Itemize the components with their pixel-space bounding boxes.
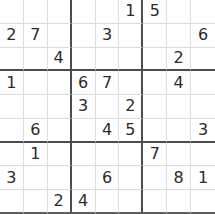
cell-r7c1[interactable] [0,143,24,167]
cell-r1c4[interactable] [72,0,96,24]
cell-r2c7[interactable] [143,24,167,48]
cell-r2c9[interactable]: 6 [191,24,215,48]
cell-r9c2[interactable] [24,190,48,214]
cell-r9c4[interactable]: 4 [72,190,96,214]
sudoku-board: 15273642167432645317368124 [0,0,215,214]
cell-r5c7[interactable] [143,95,167,119]
cell-r7c8[interactable] [167,143,191,167]
cell-r5c3[interactable] [48,95,72,119]
cell-r6c6[interactable]: 5 [119,119,143,143]
cell-r1c1[interactable] [0,0,24,24]
cell-r3c8[interactable]: 2 [167,48,191,72]
cell-r8c3[interactable] [48,166,72,190]
cell-r4c6[interactable] [119,71,143,95]
cell-r8c9[interactable]: 1 [191,166,215,190]
cell-r1c2[interactable] [24,0,48,24]
cell-r7c6[interactable] [119,143,143,167]
cell-r6c5[interactable]: 4 [96,119,120,143]
cell-r6c4[interactable] [72,119,96,143]
cell-r3c9[interactable] [191,48,215,72]
cell-r9c7[interactable] [143,190,167,214]
cell-r6c7[interactable] [143,119,167,143]
cell-r4c1[interactable]: 1 [0,71,24,95]
cell-r3c3[interactable]: 4 [48,48,72,72]
cell-r1c8[interactable] [167,0,191,24]
cell-r4c7[interactable] [143,71,167,95]
cell-r7c3[interactable] [48,143,72,167]
cell-r2c5[interactable]: 3 [96,24,120,48]
cell-r4c5[interactable]: 7 [96,71,120,95]
cell-r5c4[interactable]: 3 [72,95,96,119]
cell-r8c1[interactable]: 3 [0,166,24,190]
cell-r2c4[interactable] [72,24,96,48]
cell-r2c3[interactable] [48,24,72,48]
cell-r8c5[interactable]: 6 [96,166,120,190]
cell-r8c6[interactable] [119,166,143,190]
cell-r4c3[interactable] [48,71,72,95]
cell-r5c9[interactable] [191,95,215,119]
cell-r7c5[interactable] [96,143,120,167]
cell-r5c6[interactable]: 2 [119,95,143,119]
cell-r9c1[interactable] [0,190,24,214]
cell-r7c2[interactable]: 1 [24,143,48,167]
cell-r5c2[interactable] [24,95,48,119]
cell-r3c7[interactable] [143,48,167,72]
cell-r6c8[interactable] [167,119,191,143]
cell-r8c8[interactable]: 8 [167,166,191,190]
cell-r2c6[interactable] [119,24,143,48]
cell-r2c1[interactable]: 2 [0,24,24,48]
cell-r9c8[interactable] [167,190,191,214]
cell-r1c5[interactable] [96,0,120,24]
cell-r4c9[interactable] [191,71,215,95]
cell-r1c3[interactable] [48,0,72,24]
cell-r8c4[interactable] [72,166,96,190]
cell-r5c8[interactable] [167,95,191,119]
cell-r5c1[interactable] [0,95,24,119]
cell-r4c2[interactable] [24,71,48,95]
cell-r7c4[interactable] [72,143,96,167]
cell-r8c7[interactable] [143,166,167,190]
cell-r3c4[interactable] [72,48,96,72]
cell-r3c5[interactable] [96,48,120,72]
cell-r6c3[interactable] [48,119,72,143]
cell-r9c6[interactable] [119,190,143,214]
cell-r3c2[interactable] [24,48,48,72]
cell-r9c3[interactable]: 2 [48,190,72,214]
cell-r3c1[interactable] [0,48,24,72]
cell-r9c9[interactable] [191,190,215,214]
cell-r7c7[interactable]: 7 [143,143,167,167]
cell-r2c2[interactable]: 7 [24,24,48,48]
cell-r1c9[interactable] [191,0,215,24]
cell-r6c9[interactable]: 3 [191,119,215,143]
cell-r2c8[interactable] [167,24,191,48]
cell-r4c4[interactable]: 6 [72,71,96,95]
cell-r4c8[interactable]: 4 [167,71,191,95]
cell-r8c2[interactable] [24,166,48,190]
cell-r6c2[interactable]: 6 [24,119,48,143]
cell-r9c5[interactable] [96,190,120,214]
cell-r5c5[interactable] [96,95,120,119]
cell-r7c9[interactable] [191,143,215,167]
cell-r1c7[interactable]: 5 [143,0,167,24]
cell-r6c1[interactable] [0,119,24,143]
cell-r3c6[interactable] [119,48,143,72]
cell-r1c6[interactable]: 1 [119,0,143,24]
